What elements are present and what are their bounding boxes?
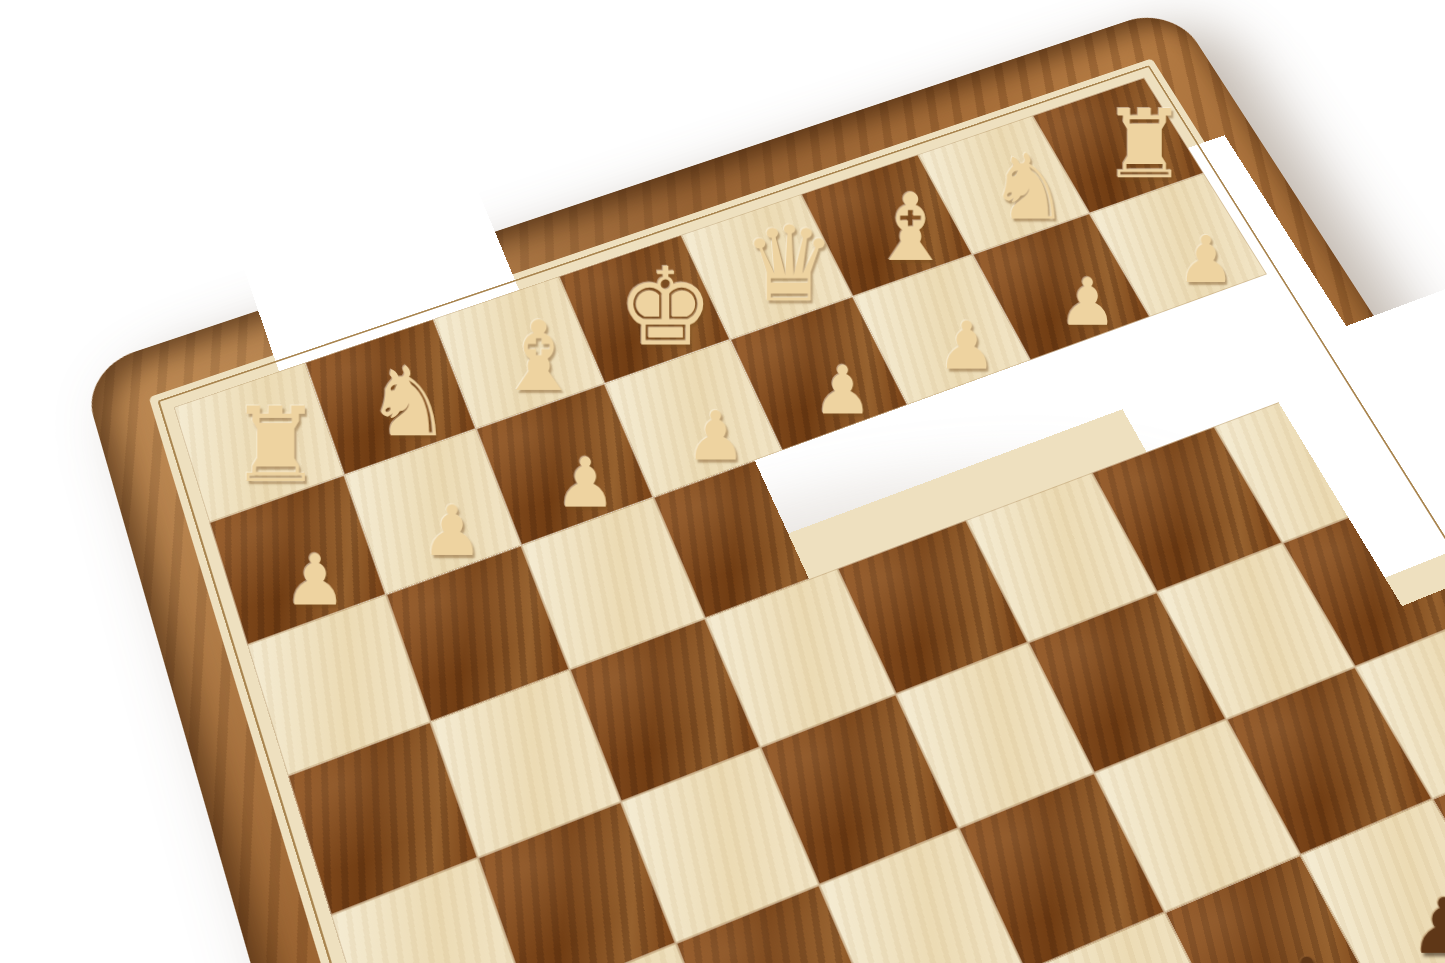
square-d1: ♛ xyxy=(681,194,853,339)
board-grid: ♜♞♝♚♛♝♞♜♟♟♟♟♟♟♟♟♟♟♟♟♟♟♟♟♜♞♝♚♛♝♞♜ xyxy=(173,78,1445,963)
white-bishop-c1: ♝ xyxy=(845,185,976,271)
photo-canvas: { "game": "chess", "set_style": "Bauhaus… xyxy=(0,0,1445,963)
white-king-e1: ♚ xyxy=(598,258,733,357)
white-rook-a1: ♜ xyxy=(1080,101,1208,188)
white-rook-h1: ♜ xyxy=(206,398,346,493)
white-knight-b1: ♞ xyxy=(964,146,1094,229)
black-pawn-b7: ♟ xyxy=(1366,893,1445,963)
white-queen-d1: ♛ xyxy=(723,217,856,313)
chess-board: ♜♞♝♚♛♝♞♜♟♟♟♟♟♟♟♟♟♟♟♟♟♟♟♟♜♞♝♚♛♝♞♜ xyxy=(80,6,1445,963)
square-b1: ♞ xyxy=(918,116,1090,255)
white-pawn-e2: ♟ xyxy=(646,406,785,468)
white-bishop-f1: ♝ xyxy=(471,312,607,401)
board-photo-scene: ♜♞♝♚♛♝♞♜♟♟♟♟♟♟♟♟♟♟♟♟♟♟♟♟♜♞♝♚♛♝♞♜ xyxy=(0,0,1445,963)
square-c1: ♝ xyxy=(801,154,973,296)
square-a1: ♜ xyxy=(1032,78,1204,214)
square-e1: ♚ xyxy=(559,235,730,384)
